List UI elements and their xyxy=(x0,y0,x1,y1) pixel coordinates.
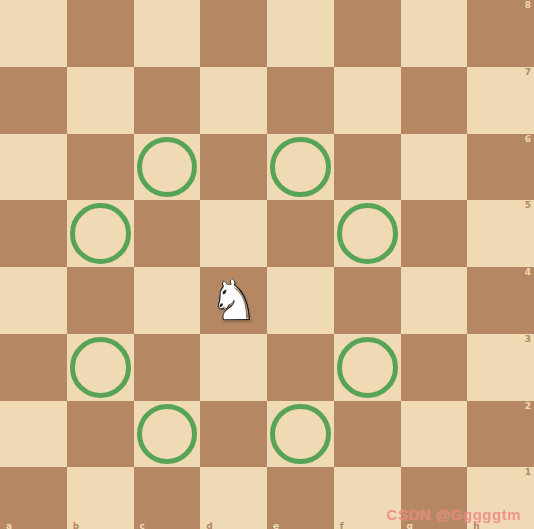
square-e3[interactable] xyxy=(267,334,334,401)
file-label-a: a xyxy=(6,522,12,529)
square-b5[interactable] xyxy=(67,200,134,267)
square-d3[interactable] xyxy=(200,334,267,401)
square-g8[interactable] xyxy=(401,0,468,67)
square-c2[interactable] xyxy=(134,401,201,468)
square-b8[interactable] xyxy=(67,0,134,67)
square-a2[interactable] xyxy=(0,401,67,468)
square-b6[interactable] xyxy=(67,134,134,201)
square-d4[interactable]: ♞♘ xyxy=(200,267,267,334)
square-e2[interactable] xyxy=(267,401,334,468)
square-h6[interactable]: 6 xyxy=(467,134,534,201)
square-b3[interactable] xyxy=(67,334,134,401)
square-d6[interactable] xyxy=(200,134,267,201)
square-d1[interactable]: d xyxy=(200,467,267,529)
square-c1[interactable]: c xyxy=(134,467,201,529)
white-knight-outline-glyph: ♘ xyxy=(200,267,267,334)
rank-label-1: 1 xyxy=(525,468,531,477)
square-f4[interactable] xyxy=(334,267,401,334)
square-f2[interactable] xyxy=(334,401,401,468)
file-label-g: g xyxy=(407,522,413,529)
square-h7[interactable]: 7 xyxy=(467,67,534,134)
chess-board: 8765♞♘432abcdefg1h xyxy=(0,0,534,529)
square-e4[interactable] xyxy=(267,267,334,334)
rank-label-6: 6 xyxy=(525,135,531,144)
square-g4[interactable] xyxy=(401,267,468,334)
file-label-f: f xyxy=(340,522,344,529)
move-dest-e6[interactable] xyxy=(270,137,331,198)
square-f3[interactable] xyxy=(334,334,401,401)
square-a4[interactable] xyxy=(0,267,67,334)
square-a7[interactable] xyxy=(0,67,67,134)
square-d7[interactable] xyxy=(200,67,267,134)
square-h4[interactable]: 4 xyxy=(467,267,534,334)
square-h2[interactable]: 2 xyxy=(467,401,534,468)
move-dest-c2[interactable] xyxy=(137,404,198,465)
square-e8[interactable] xyxy=(267,0,334,67)
square-b1[interactable]: b xyxy=(67,467,134,529)
square-c8[interactable] xyxy=(134,0,201,67)
move-dest-f3[interactable] xyxy=(337,337,398,398)
file-label-b: b xyxy=(73,522,79,529)
white-knight[interactable]: ♞♘ xyxy=(200,267,267,334)
board-viewport: 8765♞♘432abcdefg1h CSDN @Gggggtm xyxy=(0,0,534,529)
square-a1[interactable]: a xyxy=(0,467,67,529)
square-e1[interactable]: e xyxy=(267,467,334,529)
rank-label-5: 5 xyxy=(525,201,531,210)
square-b7[interactable] xyxy=(67,67,134,134)
rank-label-4: 4 xyxy=(525,268,531,277)
square-f6[interactable] xyxy=(334,134,401,201)
rank-label-7: 7 xyxy=(525,68,531,77)
square-a3[interactable] xyxy=(0,334,67,401)
square-c7[interactable] xyxy=(134,67,201,134)
square-g5[interactable] xyxy=(401,200,468,267)
square-b4[interactable] xyxy=(67,267,134,334)
move-dest-f5[interactable] xyxy=(337,203,398,264)
file-label-h: h xyxy=(473,522,479,529)
white-knight-fill-glyph: ♞ xyxy=(200,267,267,334)
square-b2[interactable] xyxy=(67,401,134,468)
move-dest-b3[interactable] xyxy=(70,337,131,398)
file-label-d: d xyxy=(206,522,212,529)
square-f1[interactable]: f xyxy=(334,467,401,529)
square-a8[interactable] xyxy=(0,0,67,67)
square-h1[interactable]: 1h xyxy=(467,467,534,529)
square-g2[interactable] xyxy=(401,401,468,468)
square-e7[interactable] xyxy=(267,67,334,134)
move-dest-b5[interactable] xyxy=(70,203,131,264)
square-c6[interactable] xyxy=(134,134,201,201)
move-dest-c6[interactable] xyxy=(137,137,198,198)
move-dest-e2[interactable] xyxy=(270,404,331,465)
square-g3[interactable] xyxy=(401,334,468,401)
square-c5[interactable] xyxy=(134,200,201,267)
square-d2[interactable] xyxy=(200,401,267,468)
square-f8[interactable] xyxy=(334,0,401,67)
file-label-e: e xyxy=(273,522,279,529)
square-h5[interactable]: 5 xyxy=(467,200,534,267)
square-h3[interactable]: 3 xyxy=(467,334,534,401)
square-c3[interactable] xyxy=(134,334,201,401)
square-g1[interactable]: g xyxy=(401,467,468,529)
rank-label-3: 3 xyxy=(525,335,531,344)
square-g7[interactable] xyxy=(401,67,468,134)
rank-label-2: 2 xyxy=(525,402,531,411)
square-e6[interactable] xyxy=(267,134,334,201)
rank-label-8: 8 xyxy=(525,1,531,10)
file-label-c: c xyxy=(140,522,145,529)
square-d8[interactable] xyxy=(200,0,267,67)
square-f7[interactable] xyxy=(334,67,401,134)
square-d5[interactable] xyxy=(200,200,267,267)
square-g6[interactable] xyxy=(401,134,468,201)
square-f5[interactable] xyxy=(334,200,401,267)
square-e5[interactable] xyxy=(267,200,334,267)
square-h8[interactable]: 8 xyxy=(467,0,534,67)
square-c4[interactable] xyxy=(134,267,201,334)
square-a6[interactable] xyxy=(0,134,67,201)
square-a5[interactable] xyxy=(0,200,67,267)
